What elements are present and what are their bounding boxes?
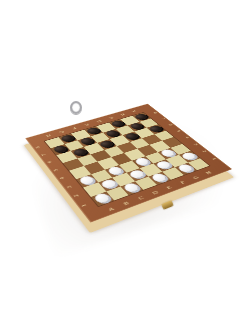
square-c4[interactable] xyxy=(97,157,118,169)
white-checker-f2[interactable] xyxy=(155,160,172,170)
square-a3[interactable] xyxy=(76,174,98,187)
white-checker-e3[interactable] xyxy=(133,157,150,167)
square-b5[interactable] xyxy=(77,154,98,166)
square-g2[interactable] xyxy=(166,155,188,167)
square-h1[interactable] xyxy=(187,158,209,170)
square-f3[interactable] xyxy=(145,152,166,164)
white-checker-c1[interactable] xyxy=(122,182,140,193)
square-a2[interactable] xyxy=(83,183,105,197)
square-f2[interactable] xyxy=(153,159,175,171)
square-g1[interactable] xyxy=(175,162,197,175)
square-b4[interactable] xyxy=(83,162,104,175)
square-a1[interactable] xyxy=(91,191,114,206)
square-b1[interactable] xyxy=(106,186,129,200)
square-c2[interactable] xyxy=(112,173,134,186)
square-e2[interactable] xyxy=(140,164,162,177)
square-a4[interactable] xyxy=(69,166,90,179)
white-checker-e1[interactable] xyxy=(150,173,168,184)
white-checker-b2[interactable] xyxy=(100,179,118,190)
rank-label-7: 7 xyxy=(37,150,55,159)
hinge-ring-icon xyxy=(70,101,82,114)
square-b3[interactable] xyxy=(90,169,112,182)
white-checker-d2[interactable] xyxy=(128,169,146,179)
square-d3[interactable] xyxy=(118,160,139,172)
rank-label-8: 8 xyxy=(31,143,48,152)
white-checker-a1[interactable] xyxy=(93,192,112,204)
square-a5[interactable] xyxy=(63,158,84,170)
square-d2[interactable] xyxy=(126,168,148,181)
square-c3[interactable] xyxy=(105,165,127,178)
square-d1[interactable] xyxy=(134,176,157,190)
product-photo: ABCDEFGH ABCDEFGH 12345678 12345678 xyxy=(0,0,246,328)
square-d4[interactable] xyxy=(111,153,132,165)
square-b2[interactable] xyxy=(98,178,120,192)
white-checker-c3[interactable] xyxy=(106,166,123,176)
white-checker-g1[interactable] xyxy=(176,163,194,173)
white-checker-h2[interactable] xyxy=(180,152,197,161)
square-e3[interactable] xyxy=(132,156,153,168)
square-f1[interactable] xyxy=(162,167,184,180)
square-e1[interactable] xyxy=(148,172,170,185)
white-checker-a3[interactable] xyxy=(78,175,96,186)
square-c1[interactable] xyxy=(120,181,143,195)
